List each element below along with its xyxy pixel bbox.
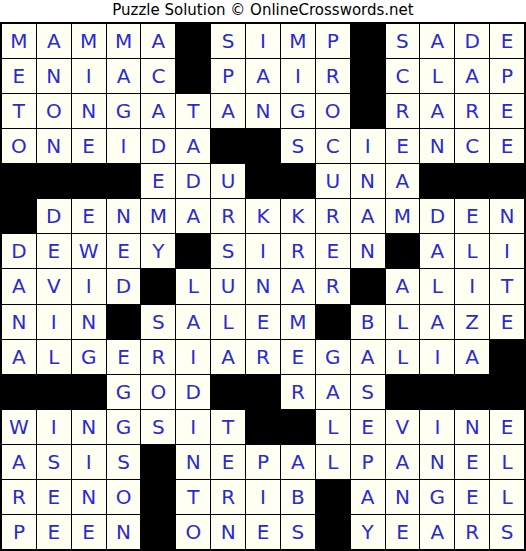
block-cell-r7c12 <box>386 234 420 268</box>
letter-cell-r2c13: L <box>420 59 454 93</box>
letter-cell-r14c11: A <box>351 480 385 514</box>
letter-cell-r14c3: N <box>72 480 106 514</box>
block-cell-r11c2 <box>37 375 71 409</box>
block-cell-r11c1 <box>2 375 36 409</box>
letter-cell-r9c6: A <box>176 305 210 339</box>
block-cell-r9c4 <box>107 305 141 339</box>
letter-cell-r3c13: A <box>420 94 454 128</box>
letter-cell-r12c7: T <box>211 410 245 444</box>
letter-cell-r14c1: R <box>2 480 36 514</box>
letter-cell-r2c12: C <box>386 59 420 93</box>
letter-cell-r2c10: R <box>316 59 350 93</box>
letter-cell-r13c15: L <box>490 445 524 479</box>
letter-cell-r10c9: E <box>281 340 315 374</box>
letter-cell-r15c15: S <box>490 515 524 549</box>
letter-cell-r6c3: E <box>72 199 106 233</box>
block-cell-r11c3 <box>72 375 106 409</box>
letter-cell-r3c9: G <box>281 94 315 128</box>
letter-cell-r8c15: T <box>490 269 524 303</box>
letter-cell-r3c6: T <box>176 94 210 128</box>
letter-cell-r11c5: O <box>141 375 175 409</box>
letter-cell-r1c15: E <box>490 24 524 58</box>
letter-cell-r13c1: A <box>2 445 36 479</box>
letter-cell-r13c10: L <box>316 445 350 479</box>
block-cell-r15c10 <box>316 515 350 549</box>
letter-cell-r3c14: R <box>455 94 489 128</box>
letter-cell-r4c12: E <box>386 129 420 163</box>
letter-cell-r6c5: M <box>141 199 175 233</box>
letter-cell-r9c2: I <box>37 305 71 339</box>
block-cell-r8c5 <box>141 269 175 303</box>
letter-cell-r10c2: L <box>37 340 71 374</box>
letter-cell-r9c12: L <box>386 305 420 339</box>
letter-cell-r7c4: E <box>107 234 141 268</box>
block-cell-r5c9 <box>281 164 315 198</box>
letter-cell-r7c8: I <box>246 234 280 268</box>
letter-cell-r7c7: S <box>211 234 245 268</box>
letter-cell-r3c2: O <box>37 94 71 128</box>
letter-cell-r6c12: M <box>386 199 420 233</box>
letter-cell-r9c8: E <box>246 305 280 339</box>
letter-cell-r10c1: A <box>2 340 36 374</box>
block-cell-r2c11 <box>351 59 385 93</box>
letter-cell-r1c10: P <box>316 24 350 58</box>
letter-cell-r1c13: A <box>420 24 454 58</box>
letter-cell-r1c7: S <box>211 24 245 58</box>
letter-cell-r11c9: R <box>281 375 315 409</box>
letter-cell-r10c8: R <box>246 340 280 374</box>
letter-cell-r1c14: D <box>455 24 489 58</box>
letter-cell-r6c2: D <box>37 199 71 233</box>
letter-cell-r5c5: E <box>141 164 175 198</box>
letter-cell-r6c6: A <box>176 199 210 233</box>
letter-cell-r15c12: E <box>386 515 420 549</box>
letter-cell-r4c1: O <box>2 129 36 163</box>
block-cell-r11c15 <box>490 375 524 409</box>
block-cell-r5c14 <box>455 164 489 198</box>
letter-cell-r2c3: I <box>72 59 106 93</box>
letter-cell-r9c3: N <box>72 305 106 339</box>
letter-cell-r14c7: R <box>211 480 245 514</box>
block-cell-r10c15 <box>490 340 524 374</box>
letter-cell-r11c11: S <box>351 375 385 409</box>
letter-cell-r7c9: R <box>281 234 315 268</box>
letter-cell-r14c13: G <box>420 480 454 514</box>
letter-cell-r3c7: A <box>211 94 245 128</box>
block-cell-r5c1 <box>2 164 36 198</box>
letter-cell-r9c1: N <box>2 305 36 339</box>
letter-cell-r8c13: L <box>420 269 454 303</box>
letter-cell-r3c1: T <box>2 94 36 128</box>
letter-cell-r6c10: R <box>316 199 350 233</box>
letter-cell-r1c12: S <box>386 24 420 58</box>
letter-cell-r4c3: E <box>72 129 106 163</box>
letter-cell-r7c11: N <box>351 234 385 268</box>
letter-cell-r14c4: O <box>107 480 141 514</box>
letter-cell-r13c11: P <box>351 445 385 479</box>
block-cell-r5c13 <box>420 164 454 198</box>
letter-cell-r15c4: N <box>107 515 141 549</box>
letter-cell-r9c11: B <box>351 305 385 339</box>
block-cell-r8c11 <box>351 269 385 303</box>
letter-cell-r12c14: N <box>455 410 489 444</box>
letter-cell-r14c9: B <box>281 480 315 514</box>
letter-cell-r14c12: N <box>386 480 420 514</box>
letter-cell-r4c9: S <box>281 129 315 163</box>
letter-cell-r9c14: Z <box>455 305 489 339</box>
block-cell-r12c8 <box>246 410 280 444</box>
letter-cell-r15c6: O <box>176 515 210 549</box>
letter-cell-r3c10: O <box>316 94 350 128</box>
letter-cell-r15c11: Y <box>351 515 385 549</box>
block-cell-r1c6 <box>176 24 210 58</box>
letter-cell-r1c9: M <box>281 24 315 58</box>
letter-cell-r7c5: Y <box>141 234 175 268</box>
block-cell-r5c2 <box>37 164 71 198</box>
letter-cell-r6c13: D <box>420 199 454 233</box>
letter-cell-r9c5: S <box>141 305 175 339</box>
letter-cell-r14c14: E <box>455 480 489 514</box>
letter-cell-r10c11: A <box>351 340 385 374</box>
letter-cell-r10c12: L <box>386 340 420 374</box>
letter-cell-r5c12: A <box>386 164 420 198</box>
letter-cell-r8c14: I <box>455 269 489 303</box>
letter-cell-r14c2: E <box>37 480 71 514</box>
letter-cell-r3c4: G <box>107 94 141 128</box>
letter-cell-r13c13: N <box>420 445 454 479</box>
letter-cell-r15c3: E <box>72 515 106 549</box>
letter-cell-r7c14: L <box>455 234 489 268</box>
block-cell-r4c7 <box>211 129 245 163</box>
letter-cell-r12c13: I <box>420 410 454 444</box>
letter-cell-r13c12: A <box>386 445 420 479</box>
letter-cell-r10c7: A <box>211 340 245 374</box>
letter-cell-r6c7: R <box>211 199 245 233</box>
letter-cell-r1c2: A <box>37 24 71 58</box>
letter-cell-r3c5: A <box>141 94 175 128</box>
letter-cell-r1c8: I <box>246 24 280 58</box>
letter-cell-r7c15: I <box>490 234 524 268</box>
letter-cell-r5c7: U <box>211 164 245 198</box>
letter-cell-r12c11: E <box>351 410 385 444</box>
block-cell-r5c8 <box>246 164 280 198</box>
puzzle-solution-page: Puzzle Solution © OnlineCrosswords.net M… <box>0 0 526 551</box>
block-cell-r14c5 <box>141 480 175 514</box>
letter-cell-r4c11: I <box>351 129 385 163</box>
letter-cell-r10c3: G <box>72 340 106 374</box>
letter-cell-r13c6: N <box>176 445 210 479</box>
letter-cell-r4c2: N <box>37 129 71 163</box>
block-cell-r9c10 <box>316 305 350 339</box>
letter-cell-r13c3: I <box>72 445 106 479</box>
block-cell-r12c9 <box>281 410 315 444</box>
letter-cell-r6c15: N <box>490 199 524 233</box>
letter-cell-r10c5: R <box>141 340 175 374</box>
letter-cell-r6c9: K <box>281 199 315 233</box>
letter-cell-r7c1: D <box>2 234 36 268</box>
letter-cell-r12c12: V <box>386 410 420 444</box>
letter-cell-r8c9: A <box>281 269 315 303</box>
letter-cell-r14c6: T <box>176 480 210 514</box>
letter-cell-r13c14: E <box>455 445 489 479</box>
letter-cell-r12c6: I <box>176 410 210 444</box>
letter-cell-r8c1: A <box>2 269 36 303</box>
letter-cell-r8c2: V <box>37 269 71 303</box>
block-cell-r13c5 <box>141 445 175 479</box>
letter-cell-r2c8: A <box>246 59 280 93</box>
letter-cell-r3c3: N <box>72 94 106 128</box>
letter-cell-r4c14: C <box>455 129 489 163</box>
block-cell-r11c8 <box>246 375 280 409</box>
letter-cell-r10c10: G <box>316 340 350 374</box>
block-cell-r11c13 <box>420 375 454 409</box>
letter-cell-r15c7: N <box>211 515 245 549</box>
letter-cell-r1c4: M <box>107 24 141 58</box>
block-cell-r4c8 <box>246 129 280 163</box>
letter-cell-r8c12: A <box>386 269 420 303</box>
letter-cell-r13c4: S <box>107 445 141 479</box>
letter-cell-r2c14: A <box>455 59 489 93</box>
letter-cell-r12c10: L <box>316 410 350 444</box>
block-cell-r2c6 <box>176 59 210 93</box>
block-cell-r15c5 <box>141 515 175 549</box>
letter-cell-r13c8: P <box>246 445 280 479</box>
letter-cell-r4c15: E <box>490 129 524 163</box>
letter-cell-r6c11: A <box>351 199 385 233</box>
block-cell-r14c10 <box>316 480 350 514</box>
letter-cell-r15c9: S <box>281 515 315 549</box>
letter-cell-r15c13: A <box>420 515 454 549</box>
block-cell-r1c11 <box>351 24 385 58</box>
letter-cell-r5c6: D <box>176 164 210 198</box>
page-title: Puzzle Solution © OnlineCrosswords.net <box>0 0 526 22</box>
letter-cell-r14c8: I <box>246 480 280 514</box>
letter-cell-r7c2: E <box>37 234 71 268</box>
letter-cell-r3c15: E <box>490 94 524 128</box>
letter-cell-r4c4: I <box>107 129 141 163</box>
letter-cell-r12c2: I <box>37 410 71 444</box>
letter-cell-r11c4: G <box>107 375 141 409</box>
letter-cell-r6c8: K <box>246 199 280 233</box>
block-cell-r11c14 <box>455 375 489 409</box>
letter-cell-r5c11: N <box>351 164 385 198</box>
letter-cell-r9c7: L <box>211 305 245 339</box>
letter-cell-r7c13: A <box>420 234 454 268</box>
letter-cell-r8c8: N <box>246 269 280 303</box>
letter-cell-r12c4: G <box>107 410 141 444</box>
letter-cell-r13c9: A <box>281 445 315 479</box>
letter-cell-r8c6: L <box>176 269 210 303</box>
letter-cell-r10c4: E <box>107 340 141 374</box>
letter-cell-r7c3: W <box>72 234 106 268</box>
letter-cell-r8c10: R <box>316 269 350 303</box>
block-cell-r3c11 <box>351 94 385 128</box>
letter-cell-r2c9: I <box>281 59 315 93</box>
letter-cell-r12c1: W <box>2 410 36 444</box>
letter-cell-r12c5: S <box>141 410 175 444</box>
letter-cell-r2c2: N <box>37 59 71 93</box>
letter-cell-r10c13: I <box>420 340 454 374</box>
letter-cell-r1c3: M <box>72 24 106 58</box>
letter-cell-r4c5: D <box>141 129 175 163</box>
letter-cell-r2c15: P <box>490 59 524 93</box>
letter-cell-r8c3: I <box>72 269 106 303</box>
letter-cell-r4c10: C <box>316 129 350 163</box>
block-cell-r5c3 <box>72 164 106 198</box>
block-cell-r5c4 <box>107 164 141 198</box>
letter-cell-r5c10: U <box>316 164 350 198</box>
letter-cell-r2c5: C <box>141 59 175 93</box>
letter-cell-r14c15: L <box>490 480 524 514</box>
letter-cell-r2c7: P <box>211 59 245 93</box>
letter-cell-r11c10: A <box>316 375 350 409</box>
letter-cell-r9c9: M <box>281 305 315 339</box>
letter-cell-r6c4: N <box>107 199 141 233</box>
block-cell-r11c12 <box>386 375 420 409</box>
letter-cell-r13c7: E <box>211 445 245 479</box>
letter-cell-r1c1: M <box>2 24 36 58</box>
letter-cell-r6c14: E <box>455 199 489 233</box>
crossword-grid: MAMMASIMPSADEENIACPAIRCLAPTONGATANGORARE… <box>0 22 526 551</box>
letter-cell-r8c4: D <box>107 269 141 303</box>
letter-cell-r7c10: E <box>316 234 350 268</box>
letter-cell-r15c1: P <box>2 515 36 549</box>
letter-cell-r9c15: E <box>490 305 524 339</box>
letter-cell-r10c14: A <box>455 340 489 374</box>
block-cell-r5c15 <box>490 164 524 198</box>
letter-cell-r3c12: R <box>386 94 420 128</box>
letter-cell-r2c1: E <box>2 59 36 93</box>
letter-cell-r13c2: S <box>37 445 71 479</box>
letter-cell-r12c15: E <box>490 410 524 444</box>
letter-cell-r11c6: D <box>176 375 210 409</box>
letter-cell-r9c13: A <box>420 305 454 339</box>
letter-cell-r2c4: A <box>107 59 141 93</box>
letter-cell-r3c8: N <box>246 94 280 128</box>
block-cell-r11c7 <box>211 375 245 409</box>
block-cell-r6c1 <box>2 199 36 233</box>
letter-cell-r4c6: A <box>176 129 210 163</box>
letter-cell-r12c3: N <box>72 410 106 444</box>
letter-cell-r8c7: U <box>211 269 245 303</box>
block-cell-r7c6 <box>176 234 210 268</box>
letter-cell-r15c8: E <box>246 515 280 549</box>
letter-cell-r1c5: A <box>141 24 175 58</box>
letter-cell-r10c6: I <box>176 340 210 374</box>
letter-cell-r15c14: R <box>455 515 489 549</box>
letter-cell-r4c13: N <box>420 129 454 163</box>
letter-cell-r15c2: E <box>37 515 71 549</box>
